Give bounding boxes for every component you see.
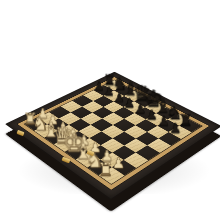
square-g2: ♟ <box>100 152 124 167</box>
product-photo-chess-set: ♜♞♝♛♚♝♞♜♟♟♟♟♟♟♟♟♟♟♟♟♟♟♟♟♜♞♝♛♚♝♞♜ <box>0 0 220 220</box>
square-e5 <box>113 119 135 132</box>
